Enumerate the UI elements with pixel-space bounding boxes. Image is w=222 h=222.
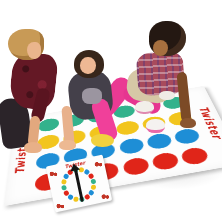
mat-dot-blue-4 (118, 137, 144, 155)
boy-left-hand-on-red-dot (24, 142, 42, 153)
spinner-corner-graphic (94, 161, 103, 169)
spinner-corner-graphic (56, 203, 65, 211)
girl-center-shirt-graphic (82, 88, 102, 104)
boy-left-face (27, 42, 41, 59)
spinner-corner-graphic (49, 170, 58, 178)
mat-dot-blue-6 (173, 127, 202, 145)
mat-dot-red-6 (180, 146, 211, 166)
spinner-ring-dot-yellow (61, 179, 67, 185)
girl-right-hand-on-red-dot (180, 118, 196, 128)
mat-dot-blue-5 (146, 132, 173, 150)
girl-right-front-shoe (135, 101, 154, 114)
mat-dot-red-5 (151, 151, 180, 171)
girl-center-hand-on-red-dot (59, 140, 76, 150)
mat-dot-red-4 (122, 156, 150, 176)
mat-dot-yellow-4 (115, 119, 140, 136)
spinner-ring-dot-yellow (73, 196, 79, 202)
girl-center-yellow-slipper (91, 134, 114, 147)
girl-right-back-shoe (159, 91, 175, 100)
spinner-corner-graphic (101, 193, 110, 201)
girl-center-right-shoe (146, 119, 165, 133)
twister-game-photo: Twister Twister Twister (0, 0, 222, 222)
girl-center-face (80, 57, 96, 74)
girl-right-face (153, 40, 168, 56)
spinner-ring-dot-green (90, 178, 96, 184)
